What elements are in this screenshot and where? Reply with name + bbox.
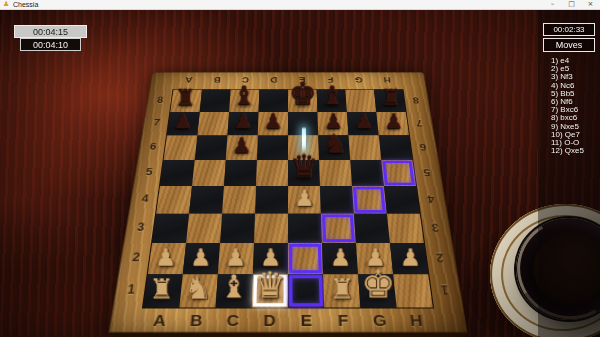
- move-entry: 12) Qxe5: [551, 147, 600, 155]
- minimize-button[interactable]: –: [543, 0, 562, 9]
- file-label-top-G: G: [344, 76, 373, 84]
- piece-wP-h2[interactable]: ♟: [393, 245, 428, 271]
- square-c3[interactable]: [220, 214, 255, 243]
- square-e5[interactable]: ♛: [288, 160, 320, 186]
- square-b8[interactable]: [200, 90, 231, 112]
- square-e2[interactable]: [288, 243, 323, 274]
- square-f6[interactable]: ♞: [318, 135, 350, 160]
- game-clock: 00:02:33: [543, 23, 595, 36]
- file-label-top-B: B: [203, 76, 232, 84]
- piece-wQ-d1[interactable]: ♛: [252, 266, 288, 304]
- piece-wP-a2[interactable]: ♟: [148, 245, 183, 271]
- piece-bN-f6[interactable]: ♞: [319, 129, 350, 157]
- file-label-bottom-H: H: [397, 311, 436, 330]
- app-icon: ♟: [3, 1, 10, 8]
- window-controls: – □ ×: [543, 0, 600, 9]
- legal-move-highlight-e1: [289, 275, 323, 306]
- rank-label-left-8: 8: [150, 95, 170, 105]
- square-a1[interactable]: ♜: [143, 274, 183, 307]
- piece-wN-b1[interactable]: ♞: [180, 272, 216, 305]
- square-h4[interactable]: [384, 186, 420, 214]
- piece-bR-h8[interactable]: ♜: [376, 85, 405, 110]
- piece-bB-c8[interactable]: ♝: [229, 82, 258, 110]
- file-label-bottom-A: A: [140, 311, 179, 330]
- file-label-top-A: A: [174, 76, 203, 84]
- square-a2[interactable]: ♟: [148, 243, 186, 274]
- piece-wP-e4[interactable]: ♟: [288, 186, 321, 211]
- square-g5[interactable]: [350, 160, 384, 186]
- square-d7[interactable]: ♟: [258, 112, 288, 135]
- square-f1[interactable]: ♜: [323, 274, 360, 307]
- piece-bP-h7[interactable]: ♟: [378, 110, 408, 133]
- square-b7[interactable]: [197, 112, 229, 135]
- titlebar: ♟ Chessia – □ ×: [0, 0, 600, 10]
- player-clocks: 00:04:15 00:04:10: [14, 25, 87, 51]
- file-label-top-D: D: [260, 76, 288, 84]
- square-d5[interactable]: [256, 160, 288, 186]
- table-surface: ♜♝♚♝♜♟♟♟♟♟♟♟♞♛♟♟♟♟♟♟♟♟♜♞♝♛♜♚ AABBCCDDEEF…: [0, 10, 600, 337]
- piece-bQ-e5[interactable]: ♛: [288, 150, 320, 184]
- black-clock: 00:04:10: [20, 38, 81, 51]
- piece-bR-a8[interactable]: ♜: [171, 85, 200, 110]
- moves-header: Moves: [543, 38, 595, 52]
- square-b6[interactable]: [195, 135, 228, 160]
- file-label-bottom-D: D: [251, 311, 288, 330]
- piece-bP-c7[interactable]: ♟: [228, 110, 258, 133]
- rank-label-left-5: 5: [138, 166, 159, 177]
- rank-label-right-6: 6: [413, 141, 434, 152]
- square-e8[interactable]: ♚: [288, 90, 317, 112]
- square-f5[interactable]: [319, 160, 352, 186]
- rank-label-left-7: 7: [147, 118, 167, 128]
- rank-label-right-5: 5: [416, 166, 437, 177]
- square-c7[interactable]: ♟: [228, 112, 259, 135]
- piece-bP-a7[interactable]: ♟: [167, 110, 197, 133]
- square-h6[interactable]: [379, 135, 413, 160]
- board-grid: ♜♝♚♝♜♟♟♟♟♟♟♟♞♛♟♟♟♟♟♟♟♟♜♞♝♛♜♚: [143, 90, 433, 308]
- rank-label-left-4: 4: [134, 193, 156, 205]
- square-g4[interactable]: [352, 186, 387, 214]
- file-label-top-H: H: [373, 76, 402, 84]
- close-button[interactable]: ×: [581, 0, 600, 9]
- rank-label-right-1: 1: [433, 282, 457, 297]
- file-label-bottom-E: E: [288, 311, 325, 330]
- square-a6[interactable]: [164, 135, 198, 160]
- piece-wP-f2[interactable]: ♟: [323, 245, 358, 271]
- square-c4[interactable]: [222, 186, 256, 214]
- square-a4[interactable]: [156, 186, 192, 214]
- square-b4[interactable]: [189, 186, 224, 214]
- file-label-bottom-G: G: [361, 311, 399, 330]
- square-d4[interactable]: [255, 186, 288, 214]
- board-frame: ♜♝♚♝♜♟♟♟♟♟♟♟♞♛♟♟♟♟♟♟♟♟♜♞♝♛♜♚ AABBCCDDEEF…: [108, 72, 469, 337]
- square-b1[interactable]: ♞: [179, 274, 218, 307]
- rank-label-right-7: 7: [409, 118, 429, 128]
- rank-label-right-2: 2: [428, 251, 452, 265]
- moves-panel: 00:02:33 Moves 1) e42) e53) Nf34) Nc65) …: [538, 10, 600, 337]
- square-e1[interactable]: [288, 274, 324, 307]
- legal-move-highlight-e2: [289, 244, 322, 273]
- square-a5[interactable]: [160, 160, 195, 186]
- square-g1[interactable]: ♚: [358, 274, 397, 307]
- rank-label-right-4: 4: [420, 193, 442, 205]
- app-window: ♟ Chessia – □ × ♜♝♚♝♜♟♟♟♟♟♟♟♞♛♟♟♟♟♟♟♟♟♜♞…: [0, 0, 600, 337]
- legal-move-highlight-h5: [382, 161, 415, 185]
- file-label-top-E: E: [288, 76, 316, 84]
- square-a3[interactable]: [152, 214, 189, 243]
- square-f2[interactable]: ♟: [322, 243, 358, 274]
- square-d3[interactable]: [254, 214, 288, 243]
- piece-wK-g1[interactable]: ♚: [360, 264, 396, 305]
- square-d6[interactable]: [257, 135, 288, 160]
- square-c6[interactable]: ♟: [226, 135, 258, 160]
- square-f4[interactable]: [320, 186, 354, 214]
- moves-list[interactable]: 1) e42) e53) Nf34) Nc65) Bb56) Nf67) Bxc…: [551, 57, 600, 155]
- piece-wP-b2[interactable]: ♟: [183, 245, 218, 271]
- square-a7[interactable]: ♟: [167, 112, 200, 135]
- rank-label-left-3: 3: [129, 221, 152, 234]
- file-label-bottom-C: C: [214, 311, 252, 330]
- rank-label-right-3: 3: [424, 221, 447, 234]
- white-clock: 00:04:15: [14, 25, 87, 38]
- square-b5[interactable]: [192, 160, 226, 186]
- square-e3[interactable]: [288, 214, 322, 243]
- square-c5[interactable]: [224, 160, 257, 186]
- file-label-bottom-B: B: [177, 311, 215, 330]
- piece-bP-c6[interactable]: ♟: [226, 134, 257, 157]
- maximize-button[interactable]: □: [562, 0, 581, 9]
- window-title: Chessia: [13, 0, 38, 9]
- piece-bP-g7[interactable]: ♟: [348, 110, 378, 133]
- legal-move-highlight-g4: [353, 187, 386, 213]
- piece-wB-c1[interactable]: ♝: [216, 270, 252, 304]
- square-h3[interactable]: [387, 214, 424, 243]
- rank-label-left-6: 6: [143, 141, 164, 152]
- rank-label-left-1: 1: [119, 282, 143, 297]
- rank-label-right-8: 8: [406, 95, 426, 105]
- file-label-bottom-F: F: [324, 311, 362, 330]
- square-h7[interactable]: ♟: [376, 112, 409, 135]
- file-label-top-C: C: [231, 76, 260, 84]
- square-b3[interactable]: [186, 214, 222, 243]
- square-g3[interactable]: [354, 214, 390, 243]
- piece-bB-f8[interactable]: ♝: [317, 82, 346, 110]
- piece-wR-a1[interactable]: ♜: [144, 274, 180, 304]
- rank-label-left-2: 2: [124, 251, 148, 265]
- square-e4[interactable]: ♟: [288, 186, 321, 214]
- chess-board-3d: ♜♝♚♝♜♟♟♟♟♟♟♟♞♛♟♟♟♟♟♟♟♟♜♞♝♛♜♚ AABBCCDDEEF…: [108, 72, 469, 337]
- square-f3[interactable]: [321, 214, 356, 243]
- square-h1[interactable]: [393, 274, 433, 307]
- piece-bP-d7[interactable]: ♟: [258, 110, 288, 133]
- file-label-top-F: F: [316, 76, 345, 84]
- legal-move-highlight-f3: [322, 215, 355, 243]
- square-c1[interactable]: ♝: [216, 274, 253, 307]
- square-g7[interactable]: ♟: [347, 112, 379, 135]
- square-d1[interactable]: ♛: [252, 274, 288, 307]
- piece-wR-f1[interactable]: ♜: [324, 274, 360, 304]
- square-g6[interactable]: [348, 135, 381, 160]
- square-h5[interactable]: [381, 160, 416, 186]
